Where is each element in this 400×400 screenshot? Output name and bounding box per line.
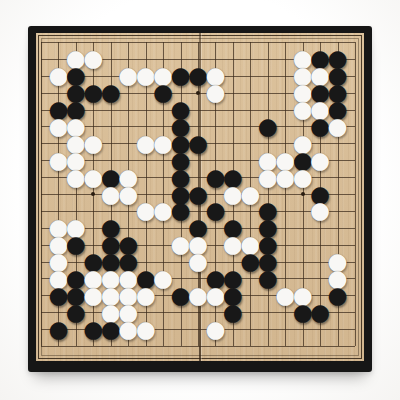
white-stone[interactable]: ● xyxy=(276,168,294,186)
black-stone[interactable]: ● xyxy=(189,185,207,203)
star-point xyxy=(301,192,305,196)
white-stone[interactable]: ● xyxy=(84,168,102,186)
black-stone[interactable]: ● xyxy=(206,202,224,220)
star-point xyxy=(196,91,200,95)
grid-line-vertical xyxy=(268,42,269,346)
white-stone[interactable]: ● xyxy=(206,320,224,338)
black-stone[interactable]: ● xyxy=(172,286,190,304)
black-stone[interactable]: ● xyxy=(329,286,347,304)
black-stone[interactable]: ● xyxy=(172,202,190,220)
black-stone[interactable]: ● xyxy=(311,303,329,321)
black-stone[interactable]: ● xyxy=(102,320,120,338)
black-stone[interactable]: ● xyxy=(294,303,312,321)
black-stone[interactable]: ● xyxy=(49,320,67,338)
white-stone[interactable]: ● xyxy=(67,168,85,186)
black-stone[interactable]: ● xyxy=(241,253,259,271)
black-stone[interactable]: ● xyxy=(189,134,207,152)
white-stone[interactable]: ● xyxy=(311,151,329,169)
white-stone[interactable]: ● xyxy=(241,185,259,203)
black-stone[interactable]: ● xyxy=(172,67,190,85)
grid-line-horizontal xyxy=(41,346,355,347)
black-stone[interactable]: ● xyxy=(67,236,85,254)
white-stone[interactable]: ● xyxy=(49,117,67,135)
white-stone[interactable]: ● xyxy=(84,286,102,304)
white-stone[interactable]: ● xyxy=(329,117,347,135)
black-stone[interactable]: ● xyxy=(259,269,277,287)
white-stone[interactable]: ● xyxy=(137,134,155,152)
product-photo-background: ●●●●●●●●●●●●●●●●●●●●●●●●●●●●●●●●●●●●●●●●… xyxy=(0,0,400,400)
black-stone[interactable]: ● xyxy=(154,84,172,102)
white-stone[interactable]: ● xyxy=(189,286,207,304)
white-stone[interactable]: ● xyxy=(137,67,155,85)
grid-line-vertical xyxy=(355,42,356,346)
black-stone[interactable]: ● xyxy=(102,84,120,102)
white-stone[interactable]: ● xyxy=(137,202,155,220)
white-stone[interactable]: ● xyxy=(259,168,277,186)
black-stone[interactable]: ● xyxy=(311,117,329,135)
white-stone[interactable]: ● xyxy=(154,134,172,152)
star-point xyxy=(91,192,95,196)
black-stone[interactable]: ● xyxy=(49,286,67,304)
black-stone[interactable]: ● xyxy=(224,303,242,321)
white-stone[interactable]: ● xyxy=(172,236,190,254)
go-board-frame: ●●●●●●●●●●●●●●●●●●●●●●●●●●●●●●●●●●●●●●●●… xyxy=(28,26,372,372)
white-stone[interactable]: ● xyxy=(84,134,102,152)
white-stone[interactable]: ● xyxy=(119,185,137,203)
white-stone[interactable]: ● xyxy=(294,168,312,186)
white-stone[interactable]: ● xyxy=(137,320,155,338)
white-stone[interactable]: ● xyxy=(189,253,207,271)
white-stone[interactable]: ● xyxy=(206,84,224,102)
white-stone[interactable]: ● xyxy=(102,185,120,203)
white-stone[interactable]: ● xyxy=(154,269,172,287)
white-stone[interactable]: ● xyxy=(119,67,137,85)
board-surface: ●●●●●●●●●●●●●●●●●●●●●●●●●●●●●●●●●●●●●●●●… xyxy=(36,33,364,361)
white-stone[interactable]: ● xyxy=(206,286,224,304)
white-stone[interactable]: ● xyxy=(84,50,102,68)
black-stone[interactable]: ● xyxy=(206,168,224,186)
white-stone[interactable]: ● xyxy=(311,202,329,220)
go-board-grid[interactable]: ●●●●●●●●●●●●●●●●●●●●●●●●●●●●●●●●●●●●●●●●… xyxy=(41,42,355,346)
black-stone[interactable]: ● xyxy=(189,67,207,85)
white-stone[interactable]: ● xyxy=(119,320,137,338)
black-stone[interactable]: ● xyxy=(259,117,277,135)
white-stone[interactable]: ● xyxy=(224,236,242,254)
black-stone[interactable]: ● xyxy=(67,303,85,321)
black-stone[interactable]: ● xyxy=(84,320,102,338)
white-stone[interactable]: ● xyxy=(224,185,242,203)
white-stone[interactable]: ● xyxy=(49,67,67,85)
white-stone[interactable]: ● xyxy=(276,286,294,304)
grid-line-horizontal xyxy=(41,211,355,212)
white-stone[interactable]: ● xyxy=(294,101,312,119)
white-stone[interactable]: ● xyxy=(154,202,172,220)
white-stone[interactable]: ● xyxy=(137,286,155,304)
white-stone[interactable]: ● xyxy=(49,151,67,169)
black-stone[interactable]: ● xyxy=(84,84,102,102)
